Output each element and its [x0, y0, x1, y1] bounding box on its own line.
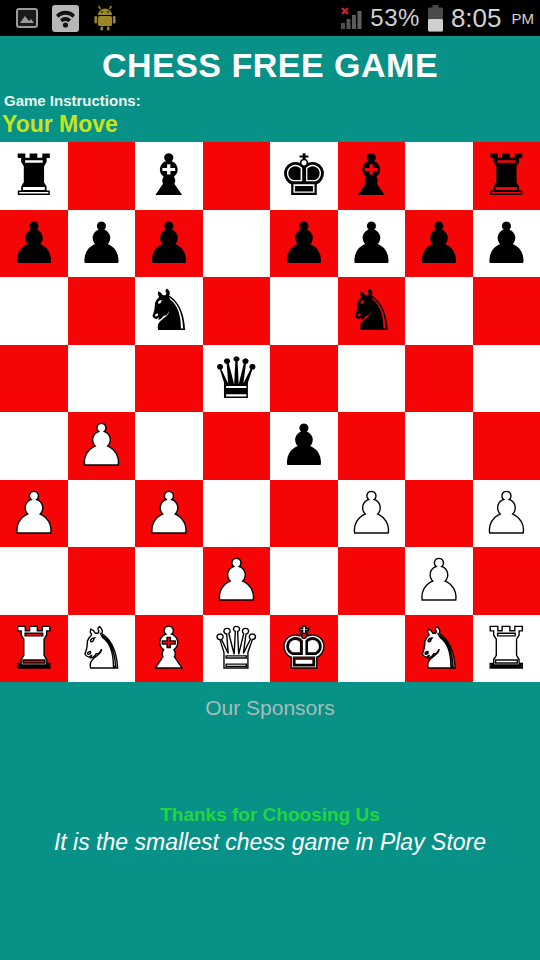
white-pawn-piece: ♟ [8, 485, 59, 542]
turn-status-message: Your Move [0, 109, 540, 138]
white-pawn-piece: ♟ [413, 552, 464, 609]
black-pawn-piece: ♟ [413, 215, 464, 272]
square-b7[interactable]: ♟ [68, 210, 136, 278]
battery-percent: 53% [370, 4, 420, 32]
white-pawn-piece: ♟ [346, 485, 397, 542]
square-f5[interactable] [338, 345, 406, 413]
game-instructions-label: Game Instructions: [0, 85, 540, 109]
square-e8[interactable]: ♚ [270, 142, 338, 210]
square-f2[interactable] [338, 547, 406, 615]
square-d8[interactable] [203, 142, 271, 210]
square-b1[interactable]: ♞ [68, 615, 136, 683]
square-f6[interactable]: ♞ [338, 277, 406, 345]
square-a3[interactable]: ♟ [0, 480, 68, 548]
black-pawn-piece: ♟ [346, 215, 397, 272]
white-knight-piece: ♞ [76, 620, 127, 677]
square-a2[interactable] [0, 547, 68, 615]
white-bishop-piece: ♝ [143, 620, 194, 677]
square-g7[interactable]: ♟ [405, 210, 473, 278]
square-a1[interactable]: ♜ [0, 615, 68, 683]
square-e5[interactable] [270, 345, 338, 413]
square-c8[interactable]: ♝ [135, 142, 203, 210]
signal-no-service-icon [338, 5, 363, 31]
white-king-piece: ♚ [278, 620, 329, 677]
black-queen-piece: ♛ [211, 350, 262, 407]
square-b6[interactable] [68, 277, 136, 345]
square-b5[interactable] [68, 345, 136, 413]
white-pawn-piece: ♟ [211, 552, 262, 609]
square-g5[interactable] [405, 345, 473, 413]
black-pawn-piece: ♟ [278, 215, 329, 272]
white-rook-piece: ♜ [8, 620, 59, 677]
square-d1[interactable]: ♛ [203, 615, 271, 683]
gallery-icon [16, 8, 38, 28]
square-g4[interactable] [405, 412, 473, 480]
status-bar-left-icons [4, 5, 117, 32]
square-h4[interactable] [473, 412, 540, 480]
square-d3[interactable] [203, 480, 271, 548]
square-b3[interactable] [68, 480, 136, 548]
black-knight-piece: ♞ [346, 282, 397, 339]
status-bar: 53% 8:05 PM [0, 0, 540, 36]
white-pawn-piece: ♟ [143, 485, 194, 542]
square-b8[interactable] [68, 142, 136, 210]
square-a8[interactable]: ♜ [0, 142, 68, 210]
square-c5[interactable] [135, 345, 203, 413]
black-pawn-piece: ♟ [8, 215, 59, 272]
sponsors-label: Our Sponsors [0, 696, 540, 720]
square-g8[interactable] [405, 142, 473, 210]
square-f8[interactable]: ♝ [338, 142, 406, 210]
wifi-icon [52, 5, 79, 32]
square-c4[interactable] [135, 412, 203, 480]
black-rook-piece: ♜ [8, 147, 59, 204]
black-king-piece: ♚ [278, 147, 329, 204]
square-f1[interactable] [338, 615, 406, 683]
square-h2[interactable] [473, 547, 540, 615]
black-pawn-piece: ♟ [481, 215, 532, 272]
white-pawn-piece: ♟ [481, 485, 532, 542]
app-title: CHESS FREE GAME [0, 36, 540, 85]
square-d4[interactable] [203, 412, 271, 480]
square-h1[interactable]: ♜ [473, 615, 540, 683]
square-d5[interactable]: ♛ [203, 345, 271, 413]
square-c3[interactable]: ♟ [135, 480, 203, 548]
square-e1[interactable]: ♚ [270, 615, 338, 683]
square-c6[interactable]: ♞ [135, 277, 203, 345]
tagline-message: It is the smallest chess game in Play St… [0, 829, 540, 856]
black-knight-piece: ♞ [143, 282, 194, 339]
square-b4[interactable]: ♟ [68, 412, 136, 480]
square-d7[interactable] [203, 210, 271, 278]
square-e6[interactable] [270, 277, 338, 345]
black-pawn-piece: ♟ [278, 417, 329, 474]
square-h8[interactable]: ♜ [473, 142, 540, 210]
white-pawn-piece: ♟ [76, 417, 127, 474]
android-icon [93, 5, 117, 31]
square-c1[interactable]: ♝ [135, 615, 203, 683]
square-e2[interactable] [270, 547, 338, 615]
square-b2[interactable] [68, 547, 136, 615]
square-f3[interactable]: ♟ [338, 480, 406, 548]
square-c7[interactable]: ♟ [135, 210, 203, 278]
square-g2[interactable]: ♟ [405, 547, 473, 615]
status-bar-right: 53% 8:05 PM [338, 3, 536, 34]
square-g6[interactable] [405, 277, 473, 345]
square-a5[interactable] [0, 345, 68, 413]
square-a6[interactable] [0, 277, 68, 345]
chess-board: ♜♝♚♝♜♟♟♟♟♟♟♟♞♞♛♟♟♟♟♟♟♟♟♜♞♝♛♚♞♜ [0, 142, 540, 682]
square-e3[interactable] [270, 480, 338, 548]
battery-icon [427, 5, 444, 32]
square-d6[interactable] [203, 277, 271, 345]
square-g1[interactable]: ♞ [405, 615, 473, 683]
square-e4[interactable]: ♟ [270, 412, 338, 480]
black-bishop-piece: ♝ [143, 147, 194, 204]
black-bishop-piece: ♝ [346, 147, 397, 204]
square-h6[interactable] [473, 277, 540, 345]
clock-time: 8:05 [451, 3, 502, 34]
white-queen-piece: ♛ [211, 620, 262, 677]
black-pawn-piece: ♟ [76, 215, 127, 272]
white-knight-piece: ♞ [413, 620, 464, 677]
app-header: CHESS FREE GAME Game Instructions: Your … [0, 36, 540, 142]
square-c2[interactable] [135, 547, 203, 615]
square-f7[interactable]: ♟ [338, 210, 406, 278]
square-h7[interactable]: ♟ [473, 210, 540, 278]
square-e7[interactable]: ♟ [270, 210, 338, 278]
square-d2[interactable]: ♟ [203, 547, 271, 615]
square-h5[interactable] [473, 345, 540, 413]
thanks-message: Thanks for Choosing Us [0, 804, 540, 826]
square-h3[interactable]: ♟ [473, 480, 540, 548]
black-rook-piece: ♜ [481, 147, 532, 204]
square-a4[interactable] [0, 412, 68, 480]
square-a7[interactable]: ♟ [0, 210, 68, 278]
clock-meridiem: PM [512, 10, 535, 27]
white-rook-piece: ♜ [481, 620, 532, 677]
square-f4[interactable] [338, 412, 406, 480]
square-g3[interactable] [405, 480, 473, 548]
black-pawn-piece: ♟ [143, 215, 194, 272]
